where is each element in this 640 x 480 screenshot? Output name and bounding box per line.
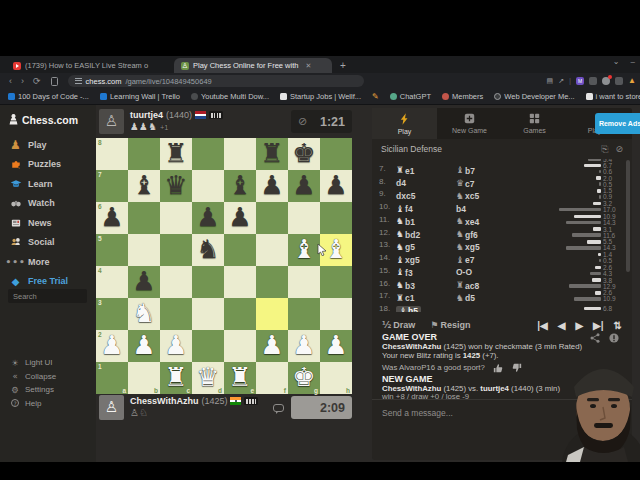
rank-label: 4 xyxy=(98,267,102,274)
white-king-g1[interactable]: ♚ xyxy=(288,362,320,394)
url-path: /game/live/104849450649 xyxy=(125,77,211,86)
bookmark-item[interactable]: 100 Days of Code -... xyxy=(8,92,89,101)
thumbs-down-button[interactable] xyxy=(511,362,523,373)
chesscom-logo[interactable]: Chess.com xyxy=(0,105,96,126)
sidebar-item-label: Play xyxy=(28,140,47,150)
rank-label: 3 xyxy=(98,299,102,306)
white-knight-b3[interactable]: ♞ xyxy=(128,298,160,330)
rank-label: 7 xyxy=(98,171,102,178)
tab-title: Play Chess Online for Free with xyxy=(193,61,298,70)
square-d8[interactable] xyxy=(192,138,224,170)
black-pawn-f7[interactable]: ♟ xyxy=(256,170,288,202)
bookmark-item[interactable]: i want to store in lo... xyxy=(586,92,640,101)
square-d1[interactable]: d♛ xyxy=(192,362,224,394)
social-icon xyxy=(9,236,22,249)
file-label: b xyxy=(154,387,158,394)
plus-icon xyxy=(464,113,475,125)
square-b2[interactable]: ♟ xyxy=(128,330,160,362)
opening-book-icon[interactable]: ⎘ xyxy=(601,144,608,155)
square-e6[interactable]: ♟ xyxy=(224,202,256,234)
report-icon[interactable] xyxy=(609,333,619,343)
square-e1[interactable]: e♜ xyxy=(224,362,256,394)
square-b7[interactable]: ♝ xyxy=(128,170,160,202)
captured-p: ♟ xyxy=(139,121,148,133)
sidebar-item-play[interactable]: ♟Play xyxy=(0,135,96,155)
minimize-icon[interactable]: – xyxy=(631,57,635,66)
sport-question: Was AlvaroP16 a good sport? xyxy=(382,363,485,372)
footer-item-label: Settings xyxy=(25,385,54,394)
black-move-cell: ♞d5 xyxy=(456,287,520,305)
sidebar-item-social[interactable]: Social xyxy=(0,233,96,253)
browser-tab-youtube[interactable]: (1739) How to EASILY Live Stream o xyxy=(6,58,174,73)
chess-board[interactable]: 8♜♜♚7♝♛♝♟♟♟6♟♟♟5♞♝♝4♟3♞2♟♟♟♟♟♟1abc♜d♛e♜f… xyxy=(96,138,352,394)
rating-line: Your new Blitz rating is 1425 (+7). xyxy=(382,351,499,360)
black-pawn-b4[interactable]: ♟ xyxy=(128,266,160,298)
move-times: 6.70.6 xyxy=(520,163,624,174)
globe-icon xyxy=(494,93,501,100)
move-times: 10.914.3 xyxy=(520,214,624,225)
opening-row: Sicilian Defense ⎘ ⊘ xyxy=(372,139,632,159)
white-queen-d1[interactable]: ♛ xyxy=(192,362,224,394)
square-a6[interactable]: 6♟ xyxy=(96,202,128,234)
square-g4[interactable] xyxy=(288,266,320,298)
square-b3[interactable]: ♞ xyxy=(128,298,160,330)
chess-favicon-icon: ♙ xyxy=(181,62,189,70)
mouse-cursor xyxy=(317,244,327,256)
extension-icon[interactable] xyxy=(615,77,623,85)
reload-icon[interactable]: ⟳ xyxy=(33,76,41,86)
panel-tab-games[interactable]: Games xyxy=(502,108,567,139)
india-flag-icon xyxy=(230,397,241,405)
black-queen-c7[interactable]: ♛ xyxy=(160,170,192,202)
black-pawn-g7[interactable]: ♟ xyxy=(288,170,320,202)
rank-label: 8 xyxy=(98,139,102,146)
footer-item-settings[interactable]: ⚙Settings xyxy=(0,383,96,397)
white-square-icon xyxy=(586,93,593,100)
square-e8[interactable] xyxy=(224,138,256,170)
sidebar-item-more[interactable]: •••More xyxy=(0,252,96,272)
square-b8[interactable] xyxy=(128,138,160,170)
white-rook-e1[interactable]: ♜ xyxy=(224,362,256,394)
disable-analysis-icon[interactable]: ⊘ xyxy=(615,144,623,154)
move-times: 1.40.5 xyxy=(520,252,624,263)
bookmark-item[interactable]: Learning Wall | Trello xyxy=(100,92,180,101)
player-time: 2:09 xyxy=(320,401,345,415)
captured-p: ♙ xyxy=(130,407,139,419)
square-c3[interactable] xyxy=(160,298,192,330)
square-e4[interactable] xyxy=(224,266,256,298)
move-nav: |◀ ◀ ▶ ▶| ⇅ xyxy=(537,320,622,331)
square-g6[interactable] xyxy=(288,202,320,234)
url-domain: chess.com xyxy=(86,77,122,86)
square-g7[interactable]: ♟ xyxy=(288,170,320,202)
news-icon xyxy=(9,216,22,229)
collapse-icon: « xyxy=(10,371,20,381)
square-d6[interactable]: ♟ xyxy=(192,202,224,234)
tab-strip: (1739) How to EASILY Live Stream o ♙ Pla… xyxy=(0,56,640,73)
square-f8[interactable]: ♜ xyxy=(256,138,288,170)
square-b1[interactable]: b xyxy=(128,362,160,394)
square-a7[interactable]: 7 xyxy=(96,170,128,202)
green-square-icon xyxy=(390,93,397,100)
rank-label: 1 xyxy=(98,363,102,370)
move-number: 18. xyxy=(379,304,396,312)
move-number: 8. xyxy=(379,177,396,186)
panel-tab-new-game[interactable]: New Game xyxy=(437,108,502,139)
captured-n: ♘ xyxy=(139,407,148,419)
first-move-button[interactable]: |◀ xyxy=(537,320,548,331)
opponent-bar: ♙ tuurtje4 (1440) ♟♟♞+1 ⊘ 1:21 xyxy=(96,109,352,136)
youtube-favicon-icon xyxy=(13,62,21,70)
square-h8[interactable] xyxy=(320,138,352,170)
sidebar-item-label: More xyxy=(28,257,50,267)
white-pawn-b2[interactable]: ♟ xyxy=(128,330,160,362)
square-a5[interactable]: 5 xyxy=(96,234,128,266)
last-move-button[interactable]: ▶| xyxy=(593,320,604,331)
square-e5[interactable] xyxy=(224,234,256,266)
white-move-cell: ♝h5 xyxy=(396,300,456,312)
bookmark-label: 100 Days of Code -... xyxy=(18,92,89,101)
gear-icon: ⚙ xyxy=(10,385,20,395)
share-game-icon[interactable] xyxy=(590,333,600,343)
trello-icon xyxy=(8,93,15,100)
figurine-icon: ♞ xyxy=(456,294,464,303)
square-d7[interactable] xyxy=(192,170,224,202)
sidebar-footer: ☀Light UI«Collapse⚙Settings?Help xyxy=(0,356,96,410)
square-h1[interactable]: h xyxy=(320,362,352,394)
flip-board-icon[interactable]: ⇅ xyxy=(614,320,622,331)
trello-icon xyxy=(100,93,107,100)
back-icon[interactable]: ‹ xyxy=(9,76,12,86)
square-b6[interactable] xyxy=(128,202,160,234)
black-rook-f8[interactable]: ♜ xyxy=(256,138,288,170)
new-tab-button[interactable]: + xyxy=(340,60,346,71)
clock-off-icon: ⊘ xyxy=(298,115,307,128)
resign-button[interactable]: ⚑Resign xyxy=(430,320,470,330)
opponent-clock: ⊘ 1:21 xyxy=(291,110,352,133)
player-rating: (1425) xyxy=(201,396,227,406)
sun-icon: ☀ xyxy=(10,358,20,368)
sidebar-item-news[interactable]: News xyxy=(0,213,96,233)
player-bar: ♙ ChessWithAzhu (1425) ♙♘ 2:09 xyxy=(96,395,352,422)
bookmark-item[interactable]: ChatGPT xyxy=(390,92,431,101)
window-controls: ⌄ – xyxy=(613,57,635,66)
figurine-icon: ♝ xyxy=(399,307,407,312)
footer-item-label: Collapse xyxy=(25,372,56,381)
help-icon: ? xyxy=(10,398,20,408)
puzzles-icon xyxy=(9,158,22,171)
square-e3[interactable] xyxy=(224,298,256,330)
chat-box: Send a message... xyxy=(372,399,632,460)
square-a3[interactable]: 3 xyxy=(96,298,128,330)
square-f3[interactable] xyxy=(256,298,288,330)
white-pawn-a2[interactable]: ♟ xyxy=(96,330,128,362)
square-b4[interactable]: ♟ xyxy=(128,266,160,298)
white-square-icon xyxy=(280,93,287,100)
netherlands-flag-icon xyxy=(195,111,206,119)
move-san: d5 xyxy=(465,293,475,303)
footer-item-collapse[interactable]: «Collapse xyxy=(0,370,96,384)
captured-p: ♟ xyxy=(130,121,139,133)
square-a8[interactable]: 8 xyxy=(96,138,128,170)
black-bishop-e7[interactable]: ♝ xyxy=(224,170,256,202)
move-number: 10. xyxy=(379,202,396,211)
square-a2[interactable]: 2♟ xyxy=(96,330,128,362)
white-rook-c1[interactable]: ♜ xyxy=(160,362,192,394)
pencil-icon: ✎ xyxy=(372,93,379,101)
opponent-username[interactable]: tuurtje4 xyxy=(130,110,163,120)
sidebar-nav: ♟PlayPuzzlesLearnWatchNewsSocial•••More◆… xyxy=(0,135,96,291)
black-pawn-d6[interactable]: ♟ xyxy=(192,202,224,234)
bolt-icon xyxy=(400,113,410,126)
move-number: 17. xyxy=(379,291,396,300)
streak-badge xyxy=(244,397,258,405)
next-move-button[interactable]: ▶ xyxy=(575,320,583,331)
white-pawn-c2[interactable]: ♟ xyxy=(160,330,192,362)
square-c2[interactable]: ♟ xyxy=(160,330,192,362)
player-avatar[interactable]: ♙ xyxy=(99,395,124,420)
sidebar: Chess.com ♟PlayPuzzlesLearnWatchNewsSoci… xyxy=(0,105,96,462)
move-number: 14. xyxy=(379,253,396,262)
footer-item-help[interactable]: ?Help xyxy=(0,397,96,411)
tab-close-icon[interactable]: ✕ xyxy=(305,62,311,70)
rank-label: 5 xyxy=(98,235,102,242)
opponent-rating: (1440) xyxy=(166,110,192,120)
bookmark-label: i want to store in lo... xyxy=(596,92,640,101)
address-bar: ‹ › ⟳ chess.com/game/live/104849450649 ▤… xyxy=(0,73,640,89)
opening-name[interactable]: Sicilian Defense xyxy=(381,144,442,154)
bookmark-label: Startup Jobs | Wellf... xyxy=(290,92,361,101)
square-f6[interactable] xyxy=(256,202,288,234)
move-number: 11. xyxy=(379,215,396,224)
move-number: 16. xyxy=(379,279,396,288)
square-g5[interactable]: ♝ xyxy=(288,234,320,266)
square-d4[interactable] xyxy=(192,266,224,298)
move-number: 15. xyxy=(379,266,396,275)
move-number: 13. xyxy=(379,240,396,249)
square-d5[interactable]: ♞ xyxy=(192,234,224,266)
streak-badge xyxy=(209,111,223,119)
sidebar-item-label: Free Trial xyxy=(28,276,68,286)
bookmark-item[interactable]: Youtube Multi Dow... xyxy=(191,92,269,101)
panel-tab-label: New Game xyxy=(452,127,487,134)
sidebar-item-label: Watch xyxy=(28,198,55,208)
square-f4[interactable] xyxy=(256,266,288,298)
footer-item-label: Light UI xyxy=(25,358,53,367)
red-circle-icon xyxy=(442,93,449,100)
square-g2[interactable]: ♟ xyxy=(288,330,320,362)
forward-icon[interactable]: › xyxy=(21,76,24,86)
letterbox-top xyxy=(0,0,640,56)
white-pawn-g2[interactable]: ♟ xyxy=(288,330,320,362)
move-number: 12. xyxy=(379,228,396,237)
move-number: 7. xyxy=(379,164,396,173)
square-d3[interactable] xyxy=(192,298,224,330)
square-e2[interactable] xyxy=(224,330,256,362)
square-c6[interactable] xyxy=(160,202,192,234)
square-c8[interactable]: ♜ xyxy=(160,138,192,170)
sidebar-item-label: Learn xyxy=(28,179,53,189)
square-e7[interactable]: ♝ xyxy=(224,170,256,202)
square-a1[interactable]: 1a xyxy=(96,362,128,394)
new-game-title: NEW GAME xyxy=(382,374,433,384)
save-icon[interactable]: ▤ xyxy=(547,77,554,85)
prev-move-button[interactable]: ◀ xyxy=(558,320,566,331)
square-h2[interactable]: ♟ xyxy=(320,330,352,362)
url-field[interactable]: chess.com/game/live/104849450649 xyxy=(68,75,364,87)
black-rook-c8[interactable]: ♜ xyxy=(160,138,192,170)
extension-icon[interactable] xyxy=(589,77,597,85)
move-times: 3.812.9 xyxy=(520,278,624,289)
sidebar-item-learn[interactable]: Learn xyxy=(0,174,96,194)
square-a4[interactable]: 4 xyxy=(96,266,128,298)
browser-tab-chess[interactable]: ♙ Play Chess Online for Free with ✕ xyxy=(174,58,332,73)
grid-icon xyxy=(529,113,540,125)
bookmark-label: Members xyxy=(452,92,483,101)
square-h7[interactable]: ♟ xyxy=(320,170,352,202)
captured-pieces-tray: ♙♘ xyxy=(130,407,148,419)
panel-tabs: PlayNew GameGamesPlayers xyxy=(372,108,632,139)
chat-bubble-icon[interactable] xyxy=(273,404,284,412)
chesscom-app: Chess.com ♟PlayPuzzlesLearnWatchNewsSoci… xyxy=(0,105,640,462)
panel-tab-label: Games xyxy=(523,127,546,134)
dark-circle-icon xyxy=(191,93,198,100)
play-icon: ♟ xyxy=(9,138,22,151)
material-advantage: +1 xyxy=(160,123,169,132)
remove-ads-button[interactable]: Remove Ads xyxy=(595,113,640,134)
move-times: 2.00.5 xyxy=(520,176,624,187)
extension-icon[interactable] xyxy=(602,77,610,85)
move-number: 9. xyxy=(379,189,396,198)
watch-icon xyxy=(9,197,22,210)
file-label: h xyxy=(346,387,350,394)
bookmark-item[interactable]: Startup Jobs | Wellf... xyxy=(280,92,361,101)
share-icon[interactable]: ↗ xyxy=(558,77,564,85)
square-f2[interactable]: ♟ xyxy=(256,330,288,362)
square-c7[interactable]: ♛ xyxy=(160,170,192,202)
black-pawn-a6[interactable]: ♟ xyxy=(96,202,128,234)
square-h4[interactable] xyxy=(320,266,352,298)
sidebar-item-label: Puzzles xyxy=(28,159,61,169)
square-f7[interactable]: ♟ xyxy=(256,170,288,202)
black-bishop-b7[interactable]: ♝ xyxy=(128,170,160,202)
sidebar-item-label: News xyxy=(28,218,52,228)
thumbs-up-button[interactable] xyxy=(492,362,504,373)
move-list: 5.47.♜e1♝b76.70.68.d4♛c72.00.59.dxc5♞xc5… xyxy=(372,159,624,312)
bookmark-label: ChatGPT xyxy=(400,92,431,101)
move-times: 2.610.9 xyxy=(520,290,624,301)
tab-title: (1739) How to EASILY Live Stream o xyxy=(25,61,148,70)
pawn-logo-icon xyxy=(8,113,19,126)
file-label: f xyxy=(284,387,286,394)
bookmark-item[interactable]: Members xyxy=(442,92,483,101)
search-input[interactable]: Search xyxy=(8,289,87,303)
game-over-title: GAME OVER xyxy=(382,332,437,342)
draw-button[interactable]: ½Draw xyxy=(382,320,415,330)
footer-item-label: Help xyxy=(25,399,41,408)
opponent-avatar[interactable]: ♙ xyxy=(99,109,124,134)
move-times: 3.217.0 xyxy=(520,201,624,212)
move-Nd5[interactable]: ♞d5 xyxy=(456,293,475,303)
move-san: h5 xyxy=(408,306,418,312)
more-icon: ••• xyxy=(9,255,22,268)
site-info-icon[interactable] xyxy=(75,78,82,85)
move-times: 1.50.9 xyxy=(520,188,624,199)
sidebar-item-label: Social xyxy=(28,237,55,247)
square-b5[interactable] xyxy=(128,234,160,266)
panel-tab-play[interactable]: Play xyxy=(372,108,437,139)
move-times: 6.8 xyxy=(520,306,624,311)
footer-item-light-ui[interactable]: ☀Light UI xyxy=(0,356,96,370)
chat-input[interactable]: Send a message... xyxy=(382,408,453,418)
captured-pieces-tray: ♟♟♞+1 xyxy=(130,121,168,133)
captured-n: ♞ xyxy=(148,121,157,133)
square-f1[interactable]: f xyxy=(256,362,288,394)
square-c4[interactable] xyxy=(160,266,192,298)
game-panel: PlayNew GameGamesPlayers Sicilian Defens… xyxy=(372,108,632,460)
square-c5[interactable] xyxy=(160,234,192,266)
player-clock: 2:09 xyxy=(291,396,352,419)
move-Bh5[interactable]: ♝h5 xyxy=(396,306,421,312)
square-d2[interactable] xyxy=(192,330,224,362)
bookmark-label: Youtube Multi Dow... xyxy=(201,92,269,101)
white-bishop-g5[interactable]: ♝ xyxy=(288,234,320,266)
extension-icon[interactable]: M xyxy=(576,77,584,85)
black-pawn-h7[interactable]: ♟ xyxy=(320,170,352,202)
video-frame: (1739) How to EASILY Live Stream o ♙ Pla… xyxy=(0,0,640,480)
square-g1[interactable]: g♚ xyxy=(288,362,320,394)
black-king-g8[interactable]: ♚ xyxy=(288,138,320,170)
learn-icon xyxy=(9,177,22,190)
square-g8[interactable]: ♚ xyxy=(288,138,320,170)
square-g3[interactable] xyxy=(288,298,320,330)
toolbar-icons: ▤ ↗ | M ▲ xyxy=(547,76,637,85)
move-list-scrollbar[interactable] xyxy=(626,160,630,311)
square-f5[interactable] xyxy=(256,234,288,266)
bookmarks-bar: 100 Days of Code -...Learning Wall | Tre… xyxy=(0,89,640,105)
file-label: a xyxy=(122,387,126,394)
warning-icon[interactable]: ▲ xyxy=(628,76,636,85)
opponent-time: 1:21 xyxy=(320,115,345,129)
move-times: 3.111.6 xyxy=(520,227,624,238)
square-h6[interactable] xyxy=(320,202,352,234)
browser-window: (1739) How to EASILY Live Stream o ♙ Pla… xyxy=(0,56,640,462)
trial-icon: ◆ xyxy=(9,275,22,288)
letterbox-bottom xyxy=(0,462,640,480)
panel-tab-label: Play xyxy=(398,128,412,135)
player-username[interactable]: ChessWithAzhu xyxy=(130,396,198,406)
square-c1[interactable]: c♜ xyxy=(160,362,192,394)
bookmark-label: Web Developer Me... xyxy=(504,92,574,101)
bookmark-item[interactable]: ✎ xyxy=(372,93,379,101)
black-knight-d5[interactable]: ♞ xyxy=(192,234,224,266)
sidebar-item-puzzles[interactable]: Puzzles xyxy=(0,155,96,175)
bookmark-item[interactable]: Web Developer Me... xyxy=(494,92,574,101)
device-icon[interactable] xyxy=(51,77,58,86)
sportsmanship-row: Was AlvaroP16 a good sport? xyxy=(382,362,523,373)
white-pawn-f2[interactable]: ♟ xyxy=(256,330,288,362)
move-times: 5.514.3 xyxy=(520,239,624,250)
white-pawn-h2[interactable]: ♟ xyxy=(320,330,352,362)
logo-text: Chess.com xyxy=(22,114,78,126)
square-h3[interactable] xyxy=(320,298,352,330)
bookmark-label: Learning Wall | Trello xyxy=(110,92,180,101)
sidebar-item-watch[interactable]: Watch xyxy=(0,194,96,214)
black-pawn-e6[interactable]: ♟ xyxy=(224,202,256,234)
move-times: 2.64.3 xyxy=(520,265,624,276)
tab-search-icon[interactable]: ⌄ xyxy=(613,57,620,66)
